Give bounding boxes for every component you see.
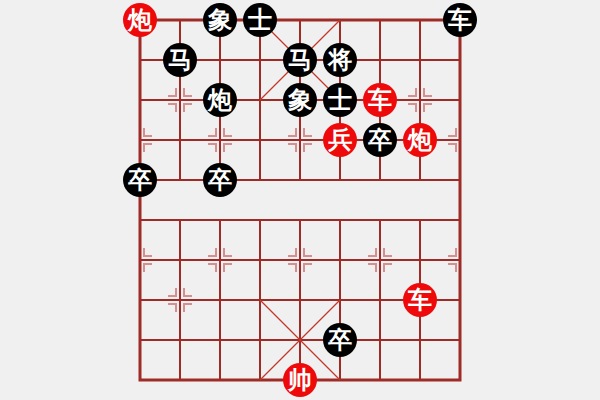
piece-black-cannon[interactable]: 炮 bbox=[203, 83, 237, 117]
piece-black-soldier[interactable]: 卒 bbox=[363, 123, 397, 157]
pieces-layer: 炮象士车马马将炮象士车兵卒炮卒卒车卒帅 bbox=[140, 20, 460, 380]
piece-black-advisor[interactable]: 士 bbox=[243, 3, 277, 37]
piece-red-general[interactable]: 帅 bbox=[283, 363, 317, 397]
piece-black-horse[interactable]: 马 bbox=[163, 43, 197, 77]
piece-red-soldier[interactable]: 兵 bbox=[323, 123, 357, 157]
piece-black-horse[interactable]: 马 bbox=[283, 43, 317, 77]
piece-red-chariot[interactable]: 车 bbox=[403, 283, 437, 317]
piece-black-chariot[interactable]: 车 bbox=[443, 3, 477, 37]
piece-red-cannon[interactable]: 炮 bbox=[403, 123, 437, 157]
xiangqi-board[interactable]: 炮象士车马马将炮象士车兵卒炮卒卒车卒帅 bbox=[140, 20, 460, 380]
piece-black-general[interactable]: 将 bbox=[323, 43, 357, 77]
piece-black-soldier[interactable]: 卒 bbox=[323, 323, 357, 357]
piece-black-soldier[interactable]: 卒 bbox=[203, 163, 237, 197]
piece-black-elephant[interactable]: 象 bbox=[283, 83, 317, 117]
piece-black-elephant[interactable]: 象 bbox=[203, 3, 237, 37]
xiangqi-screen: 炮象士车马马将炮象士车兵卒炮卒卒车卒帅 bbox=[0, 0, 600, 400]
piece-black-soldier[interactable]: 卒 bbox=[123, 163, 157, 197]
piece-black-advisor[interactable]: 士 bbox=[323, 83, 357, 117]
piece-red-chariot[interactable]: 车 bbox=[363, 83, 397, 117]
piece-red-cannon[interactable]: 炮 bbox=[123, 3, 157, 37]
